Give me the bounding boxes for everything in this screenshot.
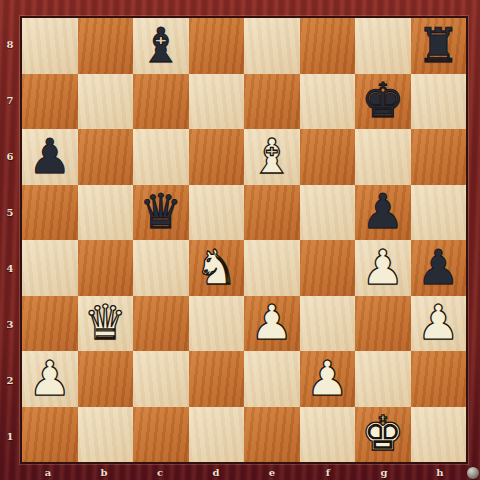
piece-white-knight[interactable]: ♞: [195, 243, 238, 291]
square-a4[interactable]: [22, 240, 78, 296]
square-c1[interactable]: [133, 407, 189, 463]
square-d8[interactable]: [189, 18, 245, 74]
piece-black-pawn[interactable]: ♟: [417, 243, 460, 291]
piece-black-rook[interactable]: ♜: [417, 21, 460, 69]
square-e6[interactable]: ♝: [244, 129, 300, 185]
square-h4[interactable]: ♟: [411, 240, 467, 296]
square-d5[interactable]: [189, 185, 245, 241]
square-h6[interactable]: [411, 129, 467, 185]
square-f2[interactable]: ♟: [300, 351, 356, 407]
square-e1[interactable]: [244, 407, 300, 463]
piece-white-pawn[interactable]: ♟: [417, 298, 460, 346]
file-label-d: d: [188, 464, 244, 480]
square-a5[interactable]: [22, 185, 78, 241]
square-a7[interactable]: [22, 74, 78, 130]
rank-label-6: 6: [0, 128, 20, 184]
square-b3[interactable]: ♛: [78, 296, 134, 352]
square-a2[interactable]: ♟: [22, 351, 78, 407]
square-h1[interactable]: [411, 407, 467, 463]
square-h5[interactable]: [411, 185, 467, 241]
rank-label-3: 3: [0, 296, 20, 352]
square-f5[interactable]: [300, 185, 356, 241]
square-g2[interactable]: [355, 351, 411, 407]
square-g6[interactable]: [355, 129, 411, 185]
file-label-c: c: [132, 464, 188, 480]
square-h3[interactable]: ♟: [411, 296, 467, 352]
square-b5[interactable]: [78, 185, 134, 241]
square-b4[interactable]: [78, 240, 134, 296]
square-c4[interactable]: [133, 240, 189, 296]
square-a6[interactable]: ♟: [22, 129, 78, 185]
rank-label-8: 8: [0, 16, 20, 72]
square-a3[interactable]: [22, 296, 78, 352]
rank-label-5: 5: [0, 184, 20, 240]
chess-board: ♝♜♚♟♝♛♟♞♟♟♛♟♟♟♟♚: [20, 16, 468, 464]
piece-black-pawn[interactable]: ♟: [28, 132, 71, 180]
rank-label-2: 2: [0, 352, 20, 408]
square-f1[interactable]: [300, 407, 356, 463]
square-d3[interactable]: [189, 296, 245, 352]
square-c6[interactable]: [133, 129, 189, 185]
piece-black-pawn[interactable]: ♟: [361, 187, 404, 235]
square-e7[interactable]: [244, 74, 300, 130]
piece-white-pawn[interactable]: ♟: [361, 243, 404, 291]
file-label-h: h: [412, 464, 468, 480]
square-h2[interactable]: [411, 351, 467, 407]
file-labels: abcdefgh: [20, 464, 468, 480]
square-f3[interactable]: [300, 296, 356, 352]
square-c5[interactable]: ♛: [133, 185, 189, 241]
square-d1[interactable]: [189, 407, 245, 463]
board-grid: ♝♜♚♟♝♛♟♞♟♟♛♟♟♟♟♚: [22, 18, 466, 462]
board-frame: 87654321 ♝♜♚♟♝♛♟♞♟♟♛♟♟♟♟♚ abcdefgh: [0, 0, 480, 480]
square-b6[interactable]: [78, 129, 134, 185]
piece-black-bishop[interactable]: ♝: [139, 21, 182, 69]
square-b8[interactable]: [78, 18, 134, 74]
square-f8[interactable]: [300, 18, 356, 74]
piece-white-bishop[interactable]: ♝: [250, 132, 293, 180]
square-h8[interactable]: ♜: [411, 18, 467, 74]
piece-black-king[interactable]: ♚: [361, 76, 404, 124]
square-g4[interactable]: ♟: [355, 240, 411, 296]
square-g3[interactable]: [355, 296, 411, 352]
piece-white-pawn[interactable]: ♟: [306, 354, 349, 402]
square-d7[interactable]: [189, 74, 245, 130]
rank-labels: 87654321: [0, 16, 20, 464]
file-label-a: a: [20, 464, 76, 480]
square-b2[interactable]: [78, 351, 134, 407]
piece-white-queen[interactable]: ♛: [84, 298, 127, 346]
square-f7[interactable]: [300, 74, 356, 130]
square-e8[interactable]: [244, 18, 300, 74]
rank-label-1: 1: [0, 408, 20, 464]
square-c2[interactable]: [133, 351, 189, 407]
file-label-b: b: [76, 464, 132, 480]
square-a8[interactable]: [22, 18, 78, 74]
square-b1[interactable]: [78, 407, 134, 463]
square-e4[interactable]: [244, 240, 300, 296]
square-b7[interactable]: [78, 74, 134, 130]
square-h7[interactable]: [411, 74, 467, 130]
piece-white-pawn[interactable]: ♟: [28, 354, 71, 402]
square-c8[interactable]: ♝: [133, 18, 189, 74]
square-d6[interactable]: [189, 129, 245, 185]
square-e5[interactable]: [244, 185, 300, 241]
square-f6[interactable]: [300, 129, 356, 185]
square-e2[interactable]: [244, 351, 300, 407]
file-label-e: e: [244, 464, 300, 480]
corner-pin-icon: [467, 467, 479, 479]
piece-black-queen[interactable]: ♛: [139, 187, 182, 235]
square-e3[interactable]: ♟: [244, 296, 300, 352]
square-a1[interactable]: [22, 407, 78, 463]
square-f4[interactable]: [300, 240, 356, 296]
square-d4[interactable]: ♞: [189, 240, 245, 296]
rank-label-4: 4: [0, 240, 20, 296]
piece-white-king[interactable]: ♚: [361, 409, 404, 457]
file-label-f: f: [300, 464, 356, 480]
rank-label-7: 7: [0, 72, 20, 128]
square-d2[interactable]: [189, 351, 245, 407]
square-g7[interactable]: ♚: [355, 74, 411, 130]
square-c7[interactable]: [133, 74, 189, 130]
file-label-g: g: [356, 464, 412, 480]
square-c3[interactable]: [133, 296, 189, 352]
square-g1[interactable]: ♚: [355, 407, 411, 463]
square-g5[interactable]: ♟: [355, 185, 411, 241]
square-g8[interactable]: [355, 18, 411, 74]
piece-white-pawn[interactable]: ♟: [250, 298, 293, 346]
